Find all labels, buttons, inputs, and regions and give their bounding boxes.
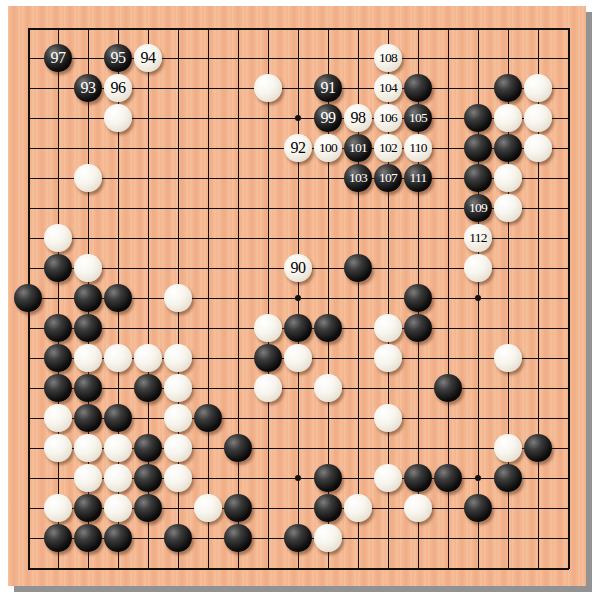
white-stone[interactable] [74,464,102,492]
black-stone[interactable] [314,464,342,492]
white-stone[interactable] [494,194,522,222]
black-stone[interactable] [344,254,372,282]
black-stone[interactable] [464,134,492,162]
white-stone[interactable] [344,494,372,522]
white-stone[interactable] [164,404,192,432]
white-stone[interactable]: 110 [404,134,432,162]
white-stone[interactable]: 112 [464,224,492,252]
white-stone[interactable] [494,344,522,372]
black-stone[interactable] [74,524,102,552]
white-stone[interactable] [74,164,102,192]
black-stone[interactable]: 111 [404,164,432,192]
white-stone[interactable] [374,344,402,372]
grid-line [568,28,570,569]
white-stone[interactable] [74,434,102,462]
white-stone[interactable]: 98 [344,104,372,132]
black-stone[interactable] [494,464,522,492]
white-stone[interactable] [524,134,552,162]
black-stone[interactable]: 107 [374,164,402,192]
white-stone[interactable]: 102 [374,134,402,162]
white-stone[interactable] [524,74,552,102]
black-stone[interactable] [44,314,72,342]
go-board[interactable]: 9795941089396911049998106105921001011021… [8,6,586,586]
black-stone[interactable] [74,314,102,342]
white-stone[interactable]: 94 [134,44,162,72]
white-stone[interactable] [164,284,192,312]
black-stone[interactable] [494,134,522,162]
black-stone[interactable] [134,494,162,522]
black-stone[interactable] [464,104,492,132]
black-stone[interactable] [134,374,162,402]
black-stone[interactable] [404,314,432,342]
move-number: 108 [374,44,402,72]
black-stone[interactable]: 99 [314,104,342,132]
move-number: 96 [104,74,132,102]
black-stone[interactable] [44,524,72,552]
star-point [295,295,301,301]
white-stone[interactable] [314,524,342,552]
move-number: 103 [344,164,372,192]
black-stone[interactable] [74,284,102,312]
white-stone[interactable] [374,404,402,432]
white-stone[interactable] [404,494,432,522]
black-stone[interactable] [464,164,492,192]
black-stone[interactable] [44,374,72,402]
move-number: 112 [464,224,492,252]
white-stone[interactable] [374,314,402,342]
black-stone[interactable] [524,434,552,462]
white-stone[interactable] [44,434,72,462]
move-number: 104 [374,74,402,102]
move-number: 93 [74,74,102,102]
white-stone[interactable]: 96 [104,74,132,102]
white-stone[interactable] [254,374,282,402]
grid-line [28,568,569,570]
white-stone[interactable] [254,314,282,342]
star-point [295,115,301,121]
black-stone[interactable] [224,494,252,522]
black-stone[interactable]: 103 [344,164,372,192]
white-stone[interactable]: 106 [374,104,402,132]
black-stone[interactable]: 97 [44,44,72,72]
move-number: 102 [374,134,402,162]
black-stone[interactable]: 105 [404,104,432,132]
black-stone[interactable] [314,314,342,342]
white-stone[interactable]: 92 [284,134,312,162]
move-number: 92 [284,134,312,162]
move-number: 107 [374,164,402,192]
black-stone[interactable]: 93 [74,74,102,102]
page: 9795941089396911049998106105921001011021… [0,0,600,600]
white-stone[interactable] [44,494,72,522]
white-stone[interactable]: 90 [284,254,312,282]
white-stone[interactable] [134,344,162,372]
star-point [475,295,481,301]
white-stone[interactable]: 108 [374,44,402,72]
white-stone[interactable] [464,254,492,282]
black-stone[interactable] [134,464,162,492]
black-stone[interactable] [104,284,132,312]
white-stone[interactable] [494,104,522,132]
black-stone[interactable] [404,74,432,102]
move-number: 111 [404,164,432,192]
move-number: 91 [314,74,342,102]
black-stone[interactable] [74,494,102,522]
white-stone[interactable] [314,374,342,402]
black-stone[interactable] [464,494,492,522]
move-number: 98 [344,104,372,132]
white-stone[interactable] [104,494,132,522]
white-stone[interactable] [374,464,402,492]
white-stone[interactable] [104,464,132,492]
white-stone[interactable] [164,344,192,372]
black-stone[interactable] [134,434,162,462]
black-stone[interactable] [224,434,252,462]
white-stone[interactable] [164,434,192,462]
black-stone[interactable] [104,524,132,552]
black-stone[interactable]: 91 [314,74,342,102]
black-stone[interactable] [254,344,282,372]
move-number: 106 [374,104,402,132]
grid-line [28,388,569,389]
move-number: 101 [344,134,372,162]
black-stone[interactable] [284,524,312,552]
black-stone[interactable] [434,374,462,402]
black-stone[interactable]: 109 [464,194,492,222]
black-stone[interactable] [284,314,312,342]
black-stone[interactable] [404,464,432,492]
white-stone[interactable] [44,224,72,252]
black-stone[interactable] [164,524,192,552]
move-number: 97 [44,44,72,72]
white-stone[interactable] [164,464,192,492]
white-stone[interactable] [164,374,192,402]
move-number: 94 [134,44,162,72]
white-stone[interactable] [104,344,132,372]
white-stone[interactable] [104,434,132,462]
black-stone[interactable] [44,344,72,372]
black-stone[interactable] [104,404,132,432]
move-number: 100 [314,134,342,162]
move-number: 110 [404,134,432,162]
white-stone[interactable] [494,164,522,192]
white-stone[interactable] [74,344,102,372]
star-point [475,475,481,481]
board-grid: 9795941089396911049998106105921001011021… [28,28,569,569]
white-stone[interactable] [284,344,312,372]
white-stone[interactable] [74,254,102,282]
white-stone[interactable] [44,404,72,432]
black-stone[interactable] [404,284,432,312]
black-stone[interactable] [314,494,342,522]
black-stone[interactable] [14,284,42,312]
black-stone[interactable] [224,524,252,552]
white-stone[interactable] [494,434,522,462]
black-stone[interactable] [434,464,462,492]
move-number: 95 [104,44,132,72]
move-number: 105 [404,104,432,132]
white-stone[interactable]: 100 [314,134,342,162]
black-stone[interactable] [44,254,72,282]
black-stone[interactable] [494,74,522,102]
black-stone[interactable]: 95 [104,44,132,72]
move-number: 109 [464,194,492,222]
black-stone[interactable]: 101 [344,134,372,162]
white-stone[interactable] [104,104,132,132]
white-stone[interactable]: 104 [374,74,402,102]
black-stone[interactable] [74,404,102,432]
move-number: 99 [314,104,342,132]
black-stone[interactable] [74,374,102,402]
black-stone[interactable] [194,404,222,432]
move-number: 90 [284,254,312,282]
white-stone[interactable] [524,104,552,132]
white-stone[interactable] [194,494,222,522]
star-point [295,475,301,481]
white-stone[interactable] [254,74,282,102]
